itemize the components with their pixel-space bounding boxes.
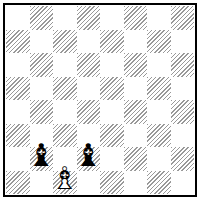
square-g6[interactable] xyxy=(147,53,171,77)
white-piece-outline-layer: ♗ xyxy=(51,163,79,194)
square-d4[interactable] xyxy=(77,100,101,124)
square-a7[interactable] xyxy=(6,30,30,54)
square-b7[interactable] xyxy=(30,30,54,54)
square-c8[interactable] xyxy=(53,6,77,30)
square-g3[interactable] xyxy=(147,124,171,148)
piece-black-bishop[interactable]: ♝ xyxy=(30,147,54,171)
square-e5[interactable] xyxy=(100,77,124,101)
square-a1[interactable] xyxy=(6,171,30,195)
square-g1[interactable] xyxy=(147,171,171,195)
square-g4[interactable] xyxy=(147,100,171,124)
square-g5[interactable] xyxy=(147,77,171,101)
square-d2[interactable]: ♝ xyxy=(77,147,101,171)
square-f5[interactable] xyxy=(124,77,148,101)
square-a3[interactable] xyxy=(6,124,30,148)
square-f6[interactable] xyxy=(124,53,148,77)
square-g7[interactable] xyxy=(147,30,171,54)
square-b6[interactable] xyxy=(30,53,54,77)
square-h1[interactable] xyxy=(171,171,195,195)
square-g8[interactable] xyxy=(147,6,171,30)
square-f2[interactable] xyxy=(124,147,148,171)
square-h8[interactable] xyxy=(171,6,195,30)
board-frame: ♝♝♝♗ xyxy=(3,3,197,197)
square-c5[interactable] xyxy=(53,77,77,101)
square-a8[interactable] xyxy=(6,6,30,30)
square-b1[interactable] xyxy=(30,171,54,195)
square-e3[interactable] xyxy=(100,124,124,148)
square-c3[interactable] xyxy=(53,124,77,148)
square-d5[interactable] xyxy=(77,77,101,101)
square-f1[interactable] xyxy=(124,171,148,195)
square-e7[interactable] xyxy=(100,30,124,54)
square-e8[interactable] xyxy=(100,6,124,30)
square-c7[interactable] xyxy=(53,30,77,54)
square-d8[interactable] xyxy=(77,6,101,30)
piece-white-bishop[interactable]: ♝♗ xyxy=(53,171,77,195)
square-b8[interactable] xyxy=(30,6,54,30)
square-b5[interactable] xyxy=(30,77,54,101)
square-b2[interactable]: ♝ xyxy=(30,147,54,171)
square-e6[interactable] xyxy=(100,53,124,77)
square-a4[interactable] xyxy=(6,100,30,124)
square-h6[interactable] xyxy=(171,53,195,77)
square-f3[interactable] xyxy=(124,124,148,148)
square-g2[interactable] xyxy=(147,147,171,171)
square-b4[interactable] xyxy=(30,100,54,124)
square-e2[interactable] xyxy=(100,147,124,171)
square-f7[interactable] xyxy=(124,30,148,54)
square-h7[interactable] xyxy=(171,30,195,54)
piece-black-bishop[interactable]: ♝ xyxy=(77,147,101,171)
square-d1[interactable] xyxy=(77,171,101,195)
square-f8[interactable] xyxy=(124,6,148,30)
square-c1[interactable]: ♝♗ xyxy=(53,171,77,195)
square-e4[interactable] xyxy=(100,100,124,124)
square-c4[interactable] xyxy=(53,100,77,124)
square-d6[interactable] xyxy=(77,53,101,77)
square-a6[interactable] xyxy=(6,53,30,77)
square-a2[interactable] xyxy=(6,147,30,171)
square-h5[interactable] xyxy=(171,77,195,101)
square-e1[interactable] xyxy=(100,171,124,195)
chess-diagram-page: ♝♝♝♗ xyxy=(0,0,200,200)
square-h4[interactable] xyxy=(171,100,195,124)
square-c6[interactable] xyxy=(53,53,77,77)
square-d7[interactable] xyxy=(77,30,101,54)
square-a5[interactable] xyxy=(6,77,30,101)
chess-board: ♝♝♝♗ xyxy=(6,6,194,194)
square-h3[interactable] xyxy=(171,124,195,148)
square-f4[interactable] xyxy=(124,100,148,124)
square-h2[interactable] xyxy=(171,147,195,171)
